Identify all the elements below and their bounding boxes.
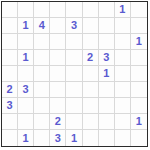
empty-cell-r4c9[interactable] [131,50,147,66]
empty-cell-r4c1[interactable] [2,50,18,66]
empty-cell-r5c6[interactable] [83,66,99,82]
empty-cell-r2c8[interactable] [115,18,131,34]
empty-cell-r6c4[interactable] [50,82,66,98]
empty-cell-r7c4[interactable] [50,98,66,114]
empty-cell-r4c8[interactable] [115,50,131,66]
empty-cell-r1c3[interactable] [34,2,50,18]
empty-cell-r2c6[interactable] [83,18,99,34]
empty-cell-r5c8[interactable] [115,66,131,82]
empty-cell-r5c2[interactable] [18,66,34,82]
empty-cell-r8c8[interactable] [115,114,131,130]
clue-cell-r4c7: 3 [99,50,115,66]
empty-cell-r1c4[interactable] [50,2,66,18]
empty-cell-r3c5[interactable] [66,34,82,50]
clue-cell-r2c3: 4 [34,18,50,34]
empty-cell-r6c9[interactable] [131,82,147,98]
empty-cell-r3c7[interactable] [99,34,115,50]
empty-cell-r2c7[interactable] [99,18,115,34]
empty-cell-r7c9[interactable] [131,98,147,114]
empty-cell-r1c9[interactable] [131,2,147,18]
empty-cell-r1c5[interactable] [66,2,82,18]
minesweeper-board: 11431123123321131 [1,1,148,147]
empty-cell-r3c8[interactable] [115,34,131,50]
clue-cell-r2c2: 1 [18,18,34,34]
clue-cell-r5c7: 1 [99,66,115,82]
empty-cell-r6c3[interactable] [34,82,50,98]
empty-cell-r1c1[interactable] [2,2,18,18]
empty-cell-r2c4[interactable] [50,18,66,34]
empty-cell-r6c8[interactable] [115,82,131,98]
clue-cell-r8c4: 2 [50,114,66,130]
empty-cell-r3c1[interactable] [2,34,18,50]
clue-cell-r4c6: 2 [83,50,99,66]
clue-cell-r3c9: 1 [131,34,147,50]
empty-cell-r1c6[interactable] [83,2,99,18]
empty-cell-r9c7[interactable] [99,130,115,146]
clue-cell-r6c2: 3 [18,82,34,98]
empty-cell-r8c1[interactable] [2,114,18,130]
empty-cell-r9c6[interactable] [83,130,99,146]
empty-cell-r7c2[interactable] [18,98,34,114]
clue-cell-r9c4: 3 [50,130,66,146]
empty-cell-r8c6[interactable] [83,114,99,130]
empty-cell-r6c5[interactable] [66,82,82,98]
clue-cell-r6c1: 2 [2,82,18,98]
empty-cell-r7c6[interactable] [83,98,99,114]
empty-cell-r5c3[interactable] [34,66,50,82]
empty-cell-r2c1[interactable] [2,18,18,34]
empty-cell-r8c5[interactable] [66,114,82,130]
empty-cell-r7c8[interactable] [115,98,131,114]
empty-cell-r2c9[interactable] [131,18,147,34]
empty-cell-r5c4[interactable] [50,66,66,82]
clue-cell-r2c5: 3 [66,18,82,34]
empty-cell-r3c2[interactable] [18,34,34,50]
clue-cell-r8c9: 1 [131,114,147,130]
empty-cell-r1c7[interactable] [99,2,115,18]
empty-cell-r7c5[interactable] [66,98,82,114]
empty-cell-r7c3[interactable] [34,98,50,114]
empty-cell-r4c3[interactable] [34,50,50,66]
clue-cell-r4c2: 1 [18,50,34,66]
empty-cell-r9c3[interactable] [34,130,50,146]
clue-cell-r9c2: 1 [18,130,34,146]
empty-cell-r5c9[interactable] [131,66,147,82]
clue-cell-r9c5: 1 [66,130,82,146]
empty-cell-r8c2[interactable] [18,114,34,130]
empty-cell-r5c1[interactable] [2,66,18,82]
empty-cell-r5c5[interactable] [66,66,82,82]
empty-cell-r7c7[interactable] [99,98,115,114]
empty-cell-r3c4[interactable] [50,34,66,50]
empty-cell-r9c9[interactable] [131,130,147,146]
clue-cell-r1c8: 1 [115,2,131,18]
empty-cell-r1c2[interactable] [18,2,34,18]
empty-cell-r6c6[interactable] [83,82,99,98]
empty-cell-r9c8[interactable] [115,130,131,146]
empty-cell-r6c7[interactable] [99,82,115,98]
empty-cell-r8c3[interactable] [34,114,50,130]
empty-cell-r3c6[interactable] [83,34,99,50]
empty-cell-r8c7[interactable] [99,114,115,130]
empty-cell-r3c3[interactable] [34,34,50,50]
clue-cell-r7c1: 3 [2,98,18,114]
empty-cell-r9c1[interactable] [2,130,18,146]
empty-cell-r4c4[interactable] [50,50,66,66]
empty-cell-r4c5[interactable] [66,50,82,66]
